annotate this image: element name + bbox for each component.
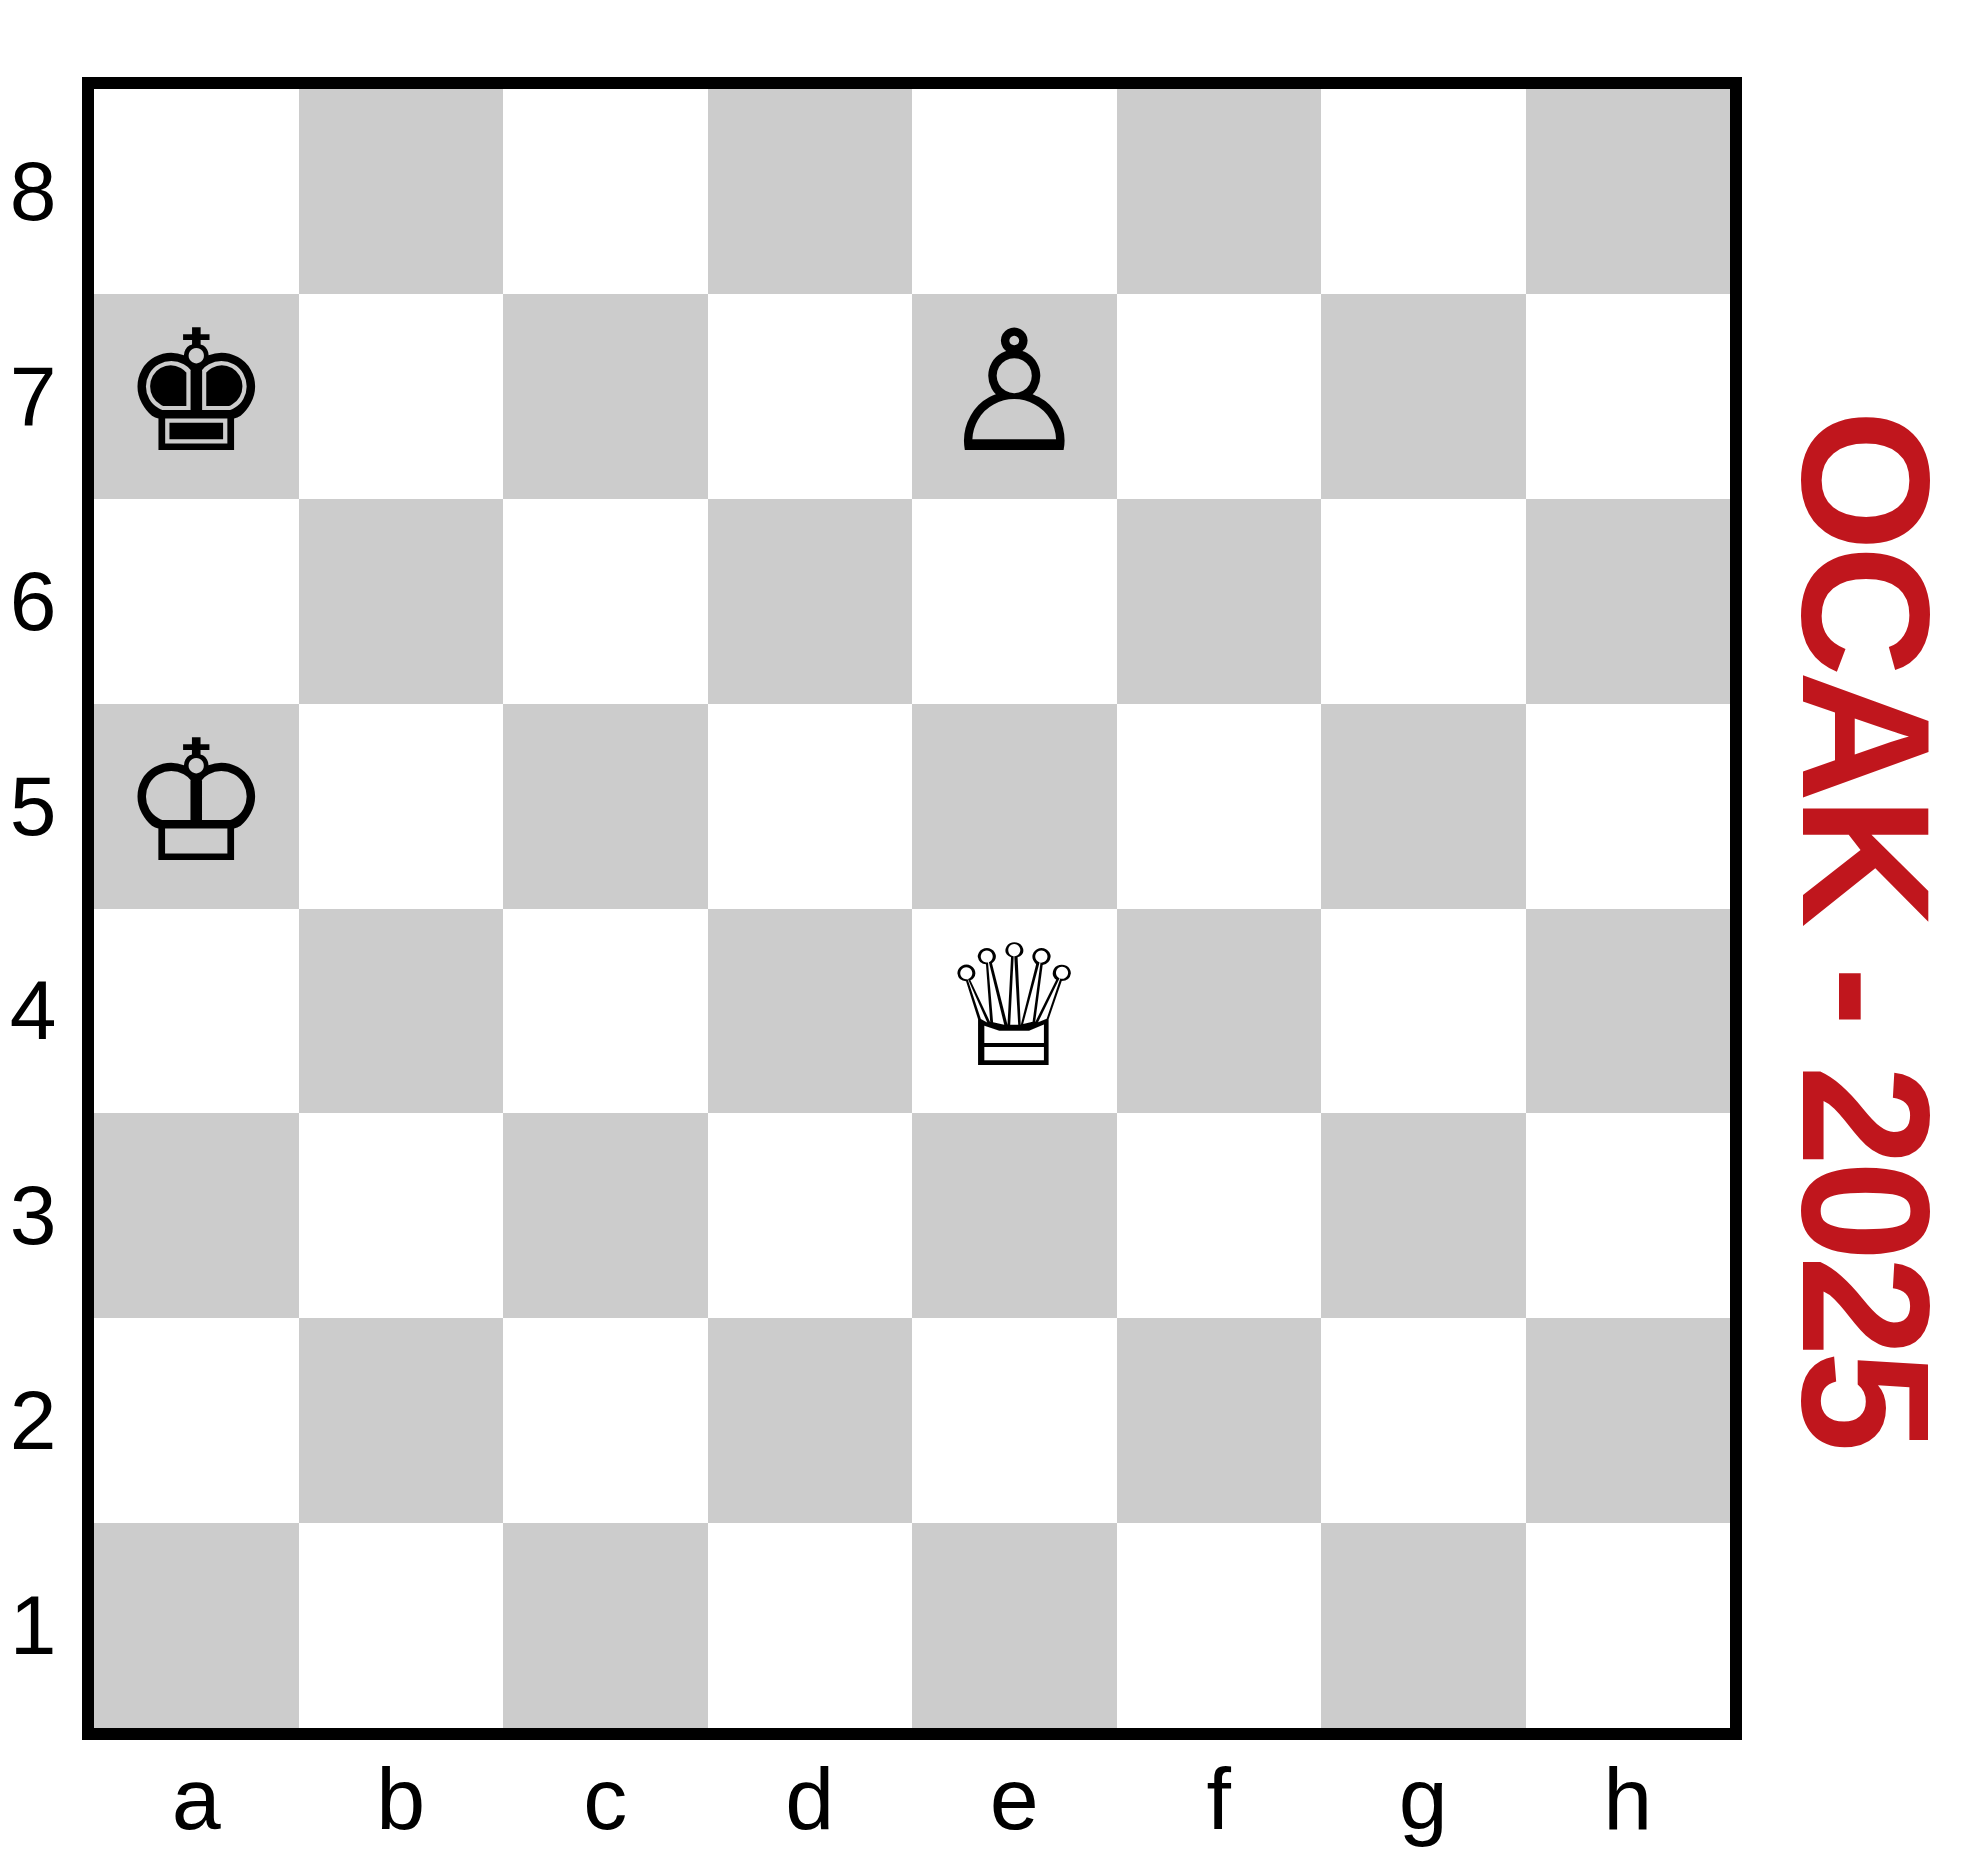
square-c1[interactable] [503,1523,708,1728]
piece-white-queen[interactable]: ♕ [939,923,1090,1091]
piece-black-king[interactable]: ♚ [121,308,272,476]
square-g6[interactable] [1321,499,1526,704]
file-label-f: f [1117,1748,1322,1850]
rank-label-5: 5 [0,704,66,909]
square-g8[interactable] [1321,89,1526,294]
square-d3[interactable] [708,1113,913,1318]
square-g5[interactable] [1321,704,1526,909]
side-text: OCAK - 2025 [1761,410,1971,1447]
piece-white-pawn[interactable]: ♙ [939,308,1090,476]
chess-board: ♚♙♔♕ [82,77,1742,1740]
file-label-d: d [708,1748,913,1850]
square-d5[interactable] [708,704,913,909]
square-d1[interactable] [708,1523,913,1728]
square-e5[interactable] [912,704,1117,909]
square-e8[interactable] [912,89,1117,294]
square-g4[interactable] [1321,909,1526,1114]
square-h3[interactable] [1526,1113,1731,1318]
square-d6[interactable] [708,499,913,704]
square-e2[interactable] [912,1318,1117,1523]
square-g2[interactable] [1321,1318,1526,1523]
square-g3[interactable] [1321,1113,1526,1318]
square-h2[interactable] [1526,1318,1731,1523]
square-c2[interactable] [503,1318,708,1523]
square-f2[interactable] [1117,1318,1322,1523]
square-c7[interactable] [503,294,708,499]
file-labels: abcdefgh [94,1748,1730,1848]
file-label-a: a [94,1748,299,1850]
square-c6[interactable] [503,499,708,704]
square-g1[interactable] [1321,1523,1526,1728]
square-f5[interactable] [1117,704,1322,909]
square-c4[interactable] [503,909,708,1114]
square-d7[interactable] [708,294,913,499]
square-f6[interactable] [1117,499,1322,704]
file-label-b: b [299,1748,504,1850]
square-g7[interactable] [1321,294,1526,499]
square-d2[interactable] [708,1318,913,1523]
square-b1[interactable] [299,1523,504,1728]
square-f7[interactable] [1117,294,1322,499]
square-a1[interactable] [94,1523,299,1728]
square-h7[interactable] [1526,294,1731,499]
rank-label-1: 1 [0,1523,66,1728]
square-b8[interactable] [299,89,504,294]
file-label-e: e [912,1748,1117,1850]
rank-label-4: 4 [0,909,66,1114]
square-c5[interactable] [503,704,708,909]
square-a2[interactable] [94,1318,299,1523]
square-e1[interactable] [912,1523,1117,1728]
square-h4[interactable] [1526,909,1731,1114]
square-a4[interactable] [94,909,299,1114]
square-b6[interactable] [299,499,504,704]
square-h8[interactable] [1526,89,1731,294]
square-c3[interactable] [503,1113,708,1318]
square-f1[interactable] [1117,1523,1322,1728]
square-a8[interactable] [94,89,299,294]
piece-white-king[interactable]: ♔ [121,718,272,886]
square-b7[interactable] [299,294,504,499]
file-label-h: h [1526,1748,1731,1850]
square-d8[interactable] [708,89,913,294]
file-label-g: g [1321,1748,1526,1850]
square-a6[interactable] [94,499,299,704]
square-a7[interactable]: ♚ [94,294,299,499]
square-f3[interactable] [1117,1113,1322,1318]
square-h5[interactable] [1526,704,1731,909]
square-d4[interactable] [708,909,913,1114]
rank-label-8: 8 [0,89,66,294]
square-f8[interactable] [1117,89,1322,294]
file-label-c: c [503,1748,708,1850]
square-e6[interactable] [912,499,1117,704]
square-e3[interactable] [912,1113,1117,1318]
square-h1[interactable] [1526,1523,1731,1728]
square-h6[interactable] [1526,499,1731,704]
square-e4[interactable]: ♕ [912,909,1117,1114]
rank-labels: 87654321 [0,89,66,1728]
rank-label-3: 3 [0,1113,66,1318]
square-f4[interactable] [1117,909,1322,1114]
rank-label-2: 2 [0,1318,66,1523]
square-b5[interactable] [299,704,504,909]
square-b2[interactable] [299,1318,504,1523]
rank-label-6: 6 [0,499,66,704]
square-b3[interactable] [299,1113,504,1318]
square-a5[interactable]: ♔ [94,704,299,909]
square-e7[interactable]: ♙ [912,294,1117,499]
square-c8[interactable] [503,89,708,294]
square-a3[interactable] [94,1113,299,1318]
rank-label-7: 7 [0,294,66,499]
square-b4[interactable] [299,909,504,1114]
